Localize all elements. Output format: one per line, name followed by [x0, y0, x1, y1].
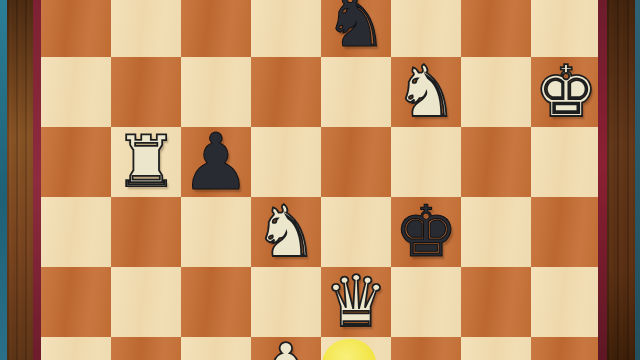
square-a7[interactable]	[41, 0, 111, 57]
piece-white-knight[interactable]: ♞	[391, 57, 461, 127]
square-c5[interactable]: ♟	[181, 127, 251, 197]
square-c4[interactable]	[181, 197, 251, 267]
square-h5[interactable]	[531, 127, 601, 197]
square-b2[interactable]	[111, 337, 181, 360]
square-c2[interactable]	[181, 337, 251, 360]
piece-white-pawn[interactable]: ♟	[251, 337, 321, 360]
square-d4[interactable]: ♞	[251, 197, 321, 267]
yellow-highlight-blob	[322, 339, 376, 360]
piece-white-knight[interactable]: ♞	[251, 197, 321, 267]
square-e6[interactable]	[321, 57, 391, 127]
left-outer-edge	[0, 0, 7, 360]
right-inner-border	[598, 0, 607, 360]
square-d7[interactable]	[251, 0, 321, 57]
square-g7[interactable]	[461, 0, 531, 57]
square-f4[interactable]: ♚	[391, 197, 461, 267]
square-e5[interactable]	[321, 127, 391, 197]
square-f2[interactable]	[391, 337, 461, 360]
square-a5[interactable]	[41, 127, 111, 197]
right-outer-edge	[635, 0, 640, 360]
square-f3[interactable]	[391, 267, 461, 337]
left-wood-frame	[7, 0, 33, 360]
square-h3[interactable]	[531, 267, 601, 337]
square-h6[interactable]: ♚	[531, 57, 601, 127]
square-b7[interactable]	[111, 0, 181, 57]
piece-white-rook[interactable]: ♜	[111, 127, 181, 197]
square-c3[interactable]	[181, 267, 251, 337]
square-b3[interactable]	[111, 267, 181, 337]
square-g4[interactable]	[461, 197, 531, 267]
square-g6[interactable]	[461, 57, 531, 127]
square-g5[interactable]	[461, 127, 531, 197]
square-e3[interactable]: ♛	[321, 267, 391, 337]
square-d6[interactable]	[251, 57, 321, 127]
square-e2[interactable]	[321, 337, 391, 360]
square-h4[interactable]	[531, 197, 601, 267]
square-g3[interactable]	[461, 267, 531, 337]
square-c7[interactable]	[181, 0, 251, 57]
piece-white-queen[interactable]: ♛	[321, 267, 391, 337]
chess-app-viewport: ♞♞♚♜♟♞♚♛♟	[0, 0, 640, 360]
square-f7[interactable]	[391, 0, 461, 57]
square-f6[interactable]: ♞	[391, 57, 461, 127]
piece-black-pawn[interactable]: ♟	[181, 127, 251, 197]
right-wood-frame	[607, 0, 635, 360]
square-a6[interactable]	[41, 57, 111, 127]
square-a2[interactable]	[41, 337, 111, 360]
square-e7[interactable]: ♞	[321, 0, 391, 57]
square-d5[interactable]	[251, 127, 321, 197]
piece-black-knight[interactable]: ♞	[321, 0, 391, 57]
piece-black-king[interactable]: ♚	[391, 197, 461, 267]
square-d2[interactable]: ♟	[251, 337, 321, 360]
square-g2[interactable]	[461, 337, 531, 360]
square-a4[interactable]	[41, 197, 111, 267]
square-h7[interactable]	[531, 0, 601, 57]
chess-board: ♞♞♚♜♟♞♚♛♟	[41, 0, 601, 360]
left-inner-border	[33, 0, 41, 360]
square-b5[interactable]: ♜	[111, 127, 181, 197]
square-b4[interactable]	[111, 197, 181, 267]
piece-white-king[interactable]: ♚	[531, 57, 601, 127]
square-h2[interactable]	[531, 337, 601, 360]
square-f5[interactable]	[391, 127, 461, 197]
square-b6[interactable]	[111, 57, 181, 127]
square-a3[interactable]	[41, 267, 111, 337]
square-e4[interactable]	[321, 197, 391, 267]
